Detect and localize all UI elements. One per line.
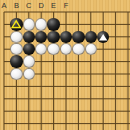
- white-stone: [35, 18, 47, 30]
- white-stone: [10, 43, 22, 55]
- white-triangle-mark: [97, 31, 109, 43]
- column-label-b: B: [10, 1, 22, 11]
- black-stone: [97, 31, 109, 43]
- black-stone: [10, 55, 22, 67]
- black-stone: [47, 18, 59, 30]
- column-label-e: E: [48, 1, 60, 11]
- go-board[interactable]: ABCDEF: [0, 0, 130, 130]
- white-stone: [23, 18, 35, 30]
- column-label-d: D: [35, 1, 47, 11]
- black-stone: [47, 31, 59, 43]
- black-stone: [85, 31, 97, 43]
- black-stone: [72, 31, 84, 43]
- white-stone: [23, 68, 35, 80]
- white-stone: [47, 43, 59, 55]
- black-stone: [23, 31, 35, 43]
- white-stone: [10, 31, 22, 43]
- black-stone: [60, 31, 72, 43]
- white-stone: [23, 55, 35, 67]
- white-stone: [10, 68, 22, 80]
- black-stone: [10, 18, 22, 30]
- column-label-f: F: [60, 1, 72, 11]
- column-label-c: C: [23, 1, 35, 11]
- yellow-triangle-mark: [10, 18, 22, 30]
- white-stone: [72, 43, 84, 55]
- column-label-a: A: [0, 1, 10, 11]
